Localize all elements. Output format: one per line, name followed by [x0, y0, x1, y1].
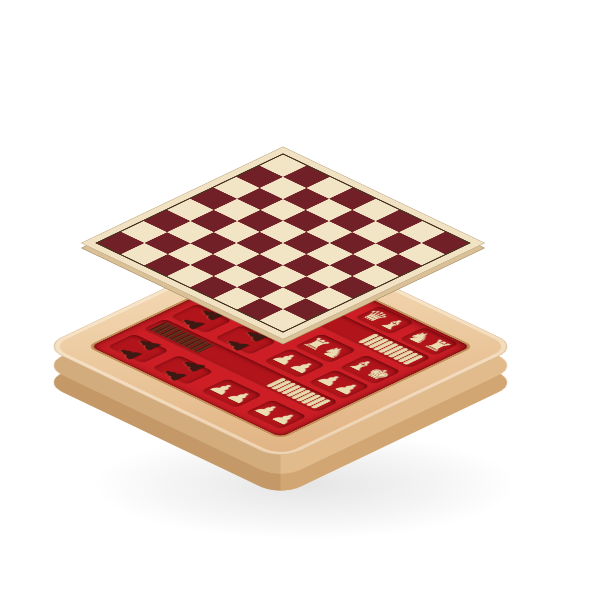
channel-gap [207, 349, 275, 381]
product-photo: ♜♞♝♛♛♝♞♜♚♝♞♜♜♞♝♚♟♟♟♟♟♟♟♟♟♟♟♟♟♟♟♟ [0, 0, 600, 600]
